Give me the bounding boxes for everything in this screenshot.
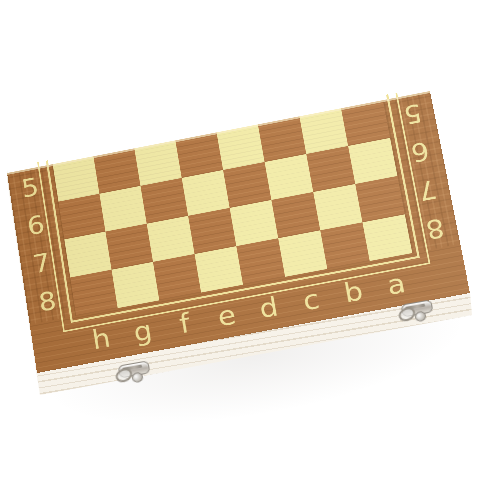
clasp-knob-icon [414, 311, 427, 323]
clasp-knob-icon [131, 372, 144, 384]
rank-label-left-7: 7 [31, 249, 52, 277]
rank-label-left-6: 6 [26, 211, 47, 239]
product-photo: 56785678hgfedcba [0, 0, 500, 500]
file-label-h: h [90, 324, 112, 354]
rank-label-left-5: 5 [20, 174, 41, 202]
rank-label-left-8: 8 [37, 287, 58, 315]
